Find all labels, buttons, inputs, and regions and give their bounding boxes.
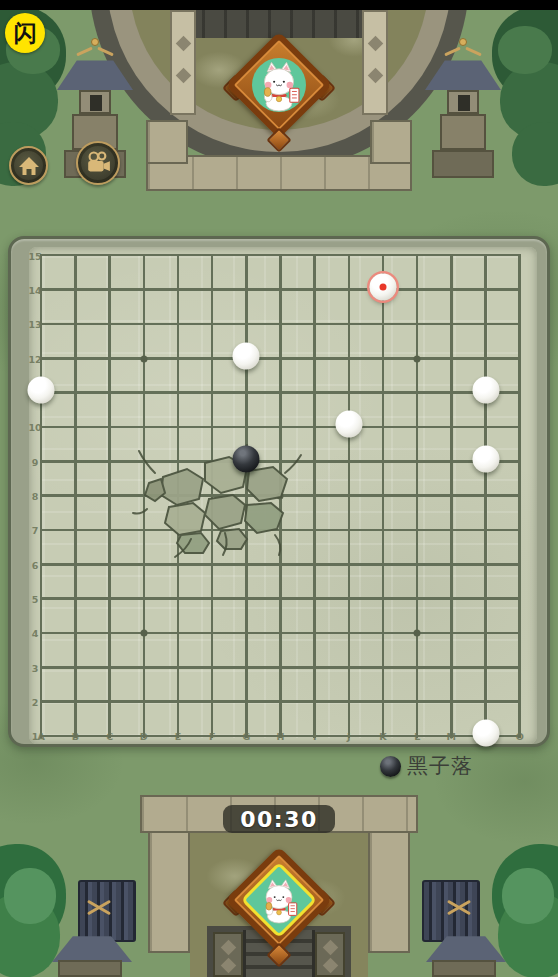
hedge-bottom-right xyxy=(502,868,554,924)
row-coordinate-label: 14 xyxy=(28,285,41,296)
flash-badge[interactable]: 闪 xyxy=(5,13,45,53)
row-coordinate-label: 6 xyxy=(32,559,39,570)
lantern-arm xyxy=(465,47,482,57)
stone-wall-corner-right xyxy=(370,120,412,164)
gate-pillar-left xyxy=(170,10,196,115)
column-coordinate-label: I xyxy=(313,731,317,742)
stone-column-right xyxy=(368,831,410,953)
lucky-cat-avatar-icon xyxy=(252,58,306,112)
star-point xyxy=(140,355,147,362)
avatar-frame xyxy=(225,846,332,953)
row-coordinate-label: 4 xyxy=(32,628,39,639)
star-point xyxy=(414,630,421,637)
column-coordinate-label: F xyxy=(209,731,216,742)
lantern-body-left xyxy=(79,90,111,114)
stone-white-A11 xyxy=(28,377,55,404)
column-coordinate-label: M xyxy=(447,731,456,742)
column-coordinate-label: G xyxy=(242,731,250,742)
row-coordinate-label: 2 xyxy=(32,697,39,708)
row-coordinate-label: 5 xyxy=(32,594,39,605)
avatar-frame xyxy=(225,31,332,138)
move-timer: 00:30 xyxy=(223,805,335,833)
stone-white-N11 xyxy=(472,377,499,404)
lantern-block-bottom-right xyxy=(432,960,496,977)
row-coordinate-label: 9 xyxy=(32,456,39,467)
stone-white-K14-last-move xyxy=(370,274,397,301)
stone-white-J10 xyxy=(335,411,362,438)
column-coordinate-label: J xyxy=(347,731,351,742)
black-stone-icon xyxy=(380,756,401,777)
row-coordinate-label: 13 xyxy=(28,319,41,330)
player-bottom-avatar[interactable] xyxy=(224,845,334,955)
video-camera-icon xyxy=(84,150,112,176)
column-coordinate-label: K xyxy=(379,731,386,742)
home-button[interactable] xyxy=(9,146,48,185)
row-coordinate-label: 10 xyxy=(28,422,41,433)
star-point xyxy=(414,355,421,362)
lantern-block-bottom-left xyxy=(58,960,122,977)
row-coordinate-label: 3 xyxy=(32,662,39,673)
avatar-picture-active-ring xyxy=(241,862,317,938)
avatar-picture xyxy=(241,47,317,123)
row-coordinate-label: 7 xyxy=(32,525,39,536)
lantern-arm xyxy=(76,47,93,57)
row-coordinate-label: 12 xyxy=(28,353,41,364)
lantern-body-right xyxy=(447,90,479,114)
stone-wall-corner-left xyxy=(146,120,188,164)
column-coordinate-label: H xyxy=(277,731,285,742)
home-icon xyxy=(17,154,41,178)
column-coordinate-label: E xyxy=(175,731,182,742)
hedge-bottom-left xyxy=(4,868,56,924)
column-coordinate-label: C xyxy=(106,731,113,742)
flash-badge-icon: 闪 xyxy=(14,18,37,49)
column-coordinate-label: B xyxy=(72,731,79,742)
stone-white-N9 xyxy=(472,445,499,472)
lucky-cat-avatar-icon xyxy=(255,873,303,927)
turn-indicator: 黑子落 xyxy=(380,750,520,782)
stone-white-G12 xyxy=(233,342,260,369)
column-coordinate-label: D xyxy=(140,731,148,742)
column-coordinate-label: A xyxy=(38,731,45,742)
column-coordinate-label: O xyxy=(516,731,524,742)
record-button[interactable] xyxy=(76,141,120,185)
board: 151413121110987654321ABCDEFGHIJKLMNO xyxy=(8,236,550,747)
player-top-avatar[interactable] xyxy=(224,30,334,140)
stone-white-N1 xyxy=(472,720,499,747)
lantern-finial-left xyxy=(91,38,99,46)
cracked-ground-effect xyxy=(125,443,307,561)
turn-label: 黑子落 xyxy=(407,752,473,780)
row-coordinate-label: 8 xyxy=(32,491,39,502)
lantern-base-right xyxy=(440,114,486,150)
row-coordinate-label: 15 xyxy=(28,250,41,261)
lantern-foot-right xyxy=(432,150,494,178)
hedge-top-right xyxy=(498,26,552,74)
hedge-top-right xyxy=(512,122,558,186)
star-point xyxy=(140,630,147,637)
status-bar xyxy=(0,0,558,10)
stone-black-G9 xyxy=(233,445,260,472)
gate-pillar-right xyxy=(362,10,388,115)
stone-column-left xyxy=(148,831,190,953)
lantern-finial-right xyxy=(459,38,467,46)
game-screen: 闪 xyxy=(0,0,558,977)
timer-value: 00:30 xyxy=(240,807,318,832)
column-coordinate-label: L xyxy=(414,731,420,742)
